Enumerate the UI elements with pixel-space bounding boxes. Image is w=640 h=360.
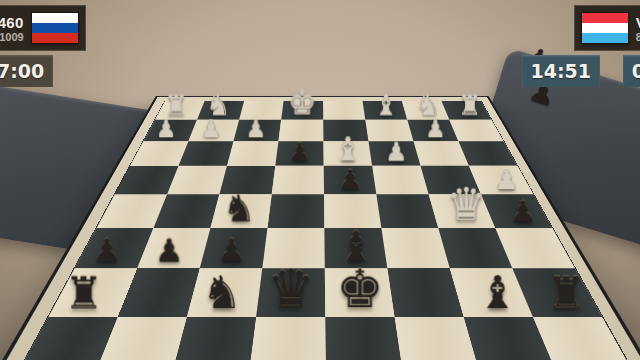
player-rating-right: 865 — [636, 31, 640, 43]
square-f3[interactable] — [227, 141, 279, 166]
square-d8[interactable] — [325, 317, 403, 360]
white-rook-piece[interactable]: ♜ — [458, 92, 482, 119]
square-e7[interactable]: ♛ — [256, 268, 325, 317]
square-d7[interactable]: ♚ — [325, 268, 395, 317]
flag-russia-icon — [31, 12, 79, 44]
square-h3[interactable] — [130, 141, 188, 166]
square-a8[interactable] — [533, 317, 636, 360]
square-c1[interactable]: ♝ — [363, 101, 408, 120]
square-g4[interactable] — [167, 166, 227, 195]
square-e8[interactable] — [248, 317, 326, 360]
square-c6[interactable] — [381, 228, 449, 268]
player-plate-left: yer-460 1009 — [0, 5, 86, 51]
square-e3[interactable]: ♟ — [275, 141, 323, 166]
square-a6[interactable] — [495, 228, 575, 268]
player-name-right: Vale — [636, 14, 640, 31]
square-g6[interactable]: ♟ — [137, 228, 210, 268]
white-pawn-piece[interactable]: ♟ — [494, 166, 518, 193]
square-f8[interactable] — [171, 317, 256, 360]
square-c3[interactable]: ♟ — [368, 141, 420, 166]
square-d1[interactable] — [323, 101, 365, 120]
black-knight-piece[interactable]: ♞ — [223, 189, 256, 226]
white-bishop-piece[interactable]: ♝ — [334, 133, 362, 165]
square-a2[interactable] — [449, 120, 503, 141]
square-a1[interactable]: ♜ — [441, 101, 491, 120]
square-e1[interactable]: ♚ — [281, 101, 323, 120]
black-pawn-piece[interactable]: ♟ — [155, 234, 184, 266]
flag-luxembourg-icon — [581, 12, 629, 44]
black-pawn-piece[interactable]: ♟ — [217, 234, 246, 266]
square-f2[interactable]: ♟ — [233, 120, 281, 141]
square-f5[interactable]: ♞ — [210, 194, 271, 228]
black-queen-piece[interactable]: ♛ — [267, 262, 315, 315]
black-rook-piece[interactable]: ♜ — [547, 271, 586, 315]
game-screen: ♟ ♟♟ ♜♞♚♝♞♜♟♟♟♟♟♝♟♟♟♞♛♟♟♟♟♝♜♞♛♚♝♜ yer-46… — [0, 0, 640, 360]
black-pawn-piece[interactable]: ♟ — [338, 166, 362, 193]
square-c8[interactable] — [395, 317, 482, 360]
square-c4[interactable] — [372, 166, 429, 195]
square-g3[interactable] — [179, 141, 234, 166]
black-pawn-piece[interactable]: ♟ — [510, 197, 536, 226]
white-king-piece[interactable]: ♚ — [288, 87, 317, 119]
clock-right: 14:51 — [522, 55, 600, 87]
square-h6[interactable]: ♟ — [75, 228, 154, 268]
white-bishop-piece[interactable]: ♝ — [374, 92, 399, 119]
square-e4[interactable] — [272, 166, 324, 195]
clock-right-extra: 0 — [623, 55, 640, 87]
clock-left: 7:00 — [0, 55, 53, 87]
square-g2[interactable]: ♟ — [188, 120, 239, 141]
black-bishop-piece[interactable]: ♝ — [477, 270, 517, 315]
square-c5[interactable] — [376, 194, 438, 228]
black-pawn-piece[interactable]: ♟ — [92, 234, 121, 266]
white-pawn-piece[interactable]: ♟ — [246, 117, 267, 140]
white-queen-piece[interactable]: ♛ — [447, 183, 486, 227]
square-e5[interactable] — [267, 194, 324, 228]
square-d3[interactable]: ♝ — [323, 141, 372, 166]
black-king-piece[interactable]: ♚ — [336, 262, 384, 315]
player-name-left: yer-460 — [0, 14, 24, 31]
player-rating-left: 1009 — [0, 31, 24, 43]
black-rook-piece[interactable]: ♜ — [64, 271, 103, 315]
white-pawn-piece[interactable]: ♟ — [425, 117, 446, 140]
square-b6[interactable] — [438, 228, 512, 268]
white-pawn-piece[interactable]: ♟ — [156, 117, 177, 140]
white-pawn-piece[interactable]: ♟ — [201, 117, 222, 140]
square-f7[interactable]: ♞ — [187, 268, 262, 317]
player-plate-right: Vale 865 — [574, 5, 640, 51]
square-b5[interactable]: ♛ — [429, 194, 496, 228]
square-d4[interactable]: ♟ — [324, 166, 377, 195]
black-knight-piece[interactable]: ♞ — [202, 270, 242, 315]
black-pawn-piece[interactable]: ♟ — [288, 140, 310, 165]
white-pawn-piece[interactable]: ♟ — [385, 140, 407, 165]
square-a3[interactable] — [458, 141, 517, 166]
square-f6[interactable]: ♟ — [200, 228, 268, 268]
